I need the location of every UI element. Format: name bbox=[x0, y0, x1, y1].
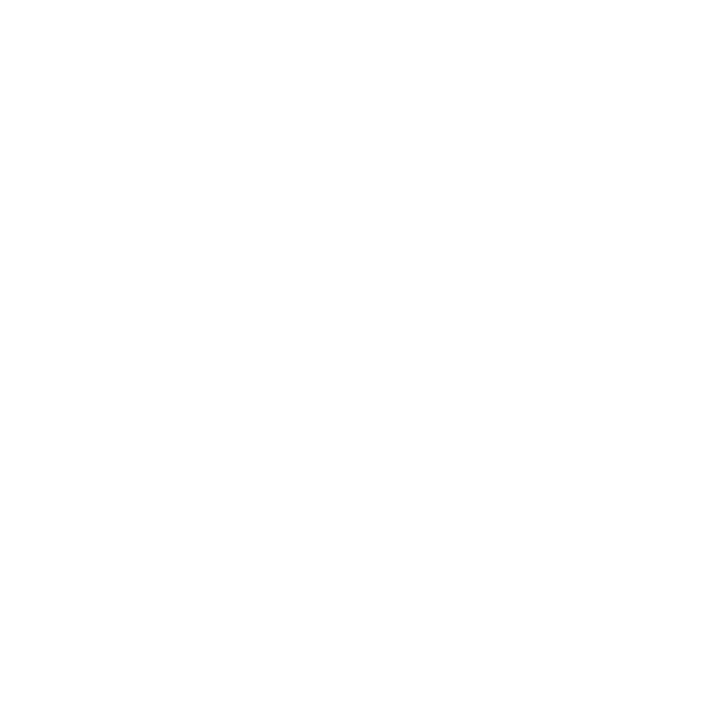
chess-app-screenshot bbox=[0, 0, 720, 720]
chess-board bbox=[0, 0, 720, 720]
